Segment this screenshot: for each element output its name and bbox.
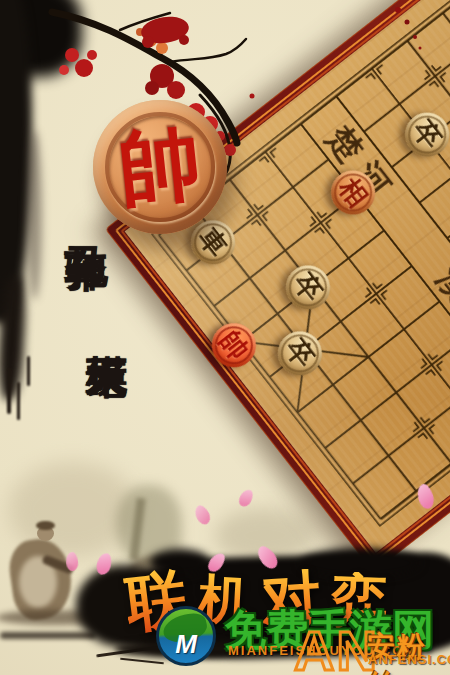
ground-stroke: [0, 632, 96, 639]
piece-glyph: 卒: [289, 268, 327, 306]
logo-m-letter: M: [175, 629, 197, 660]
falling-petal: [192, 503, 213, 527]
calligraphy-column-1: 车驰马奔: [57, 212, 115, 216]
promo-screen: 楚河漢界 卒相卒車卒帥 帥 车驰马奔 棋术绝天下 联 机 对 弈 M 免费手游网…: [0, 0, 450, 675]
watermark-site-logo: M: [156, 606, 216, 666]
twig-stroke: [120, 658, 164, 665]
blossom-cluster-left: [59, 48, 97, 77]
watermark2-url: ANFENSI.COM: [368, 652, 450, 667]
ink-drip: [7, 368, 11, 414]
ink-wash-taper: [0, 274, 27, 400]
piece-glyph: 車: [194, 223, 232, 261]
ink-drip: [17, 382, 20, 420]
piece-glyph: 卒: [281, 334, 319, 372]
old-sage-hat: [36, 521, 55, 530]
hero-piece-glyph: 帥: [115, 122, 205, 212]
falling-petal: [237, 487, 255, 508]
calligraphy-column-2: 棋术绝天下: [80, 323, 135, 328]
piece-glyph: 帥: [215, 326, 253, 364]
splatter-speckles: [395, 7, 422, 50]
ink-drip: [27, 356, 30, 386]
